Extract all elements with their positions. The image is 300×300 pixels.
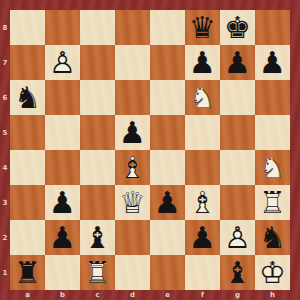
square-g7[interactable]: ♟	[220, 45, 255, 80]
square-a5[interactable]	[10, 115, 45, 150]
square-b6[interactable]	[45, 80, 80, 115]
square-f2[interactable]: ♟	[185, 220, 220, 255]
square-g2[interactable]: ♟♙	[220, 220, 255, 255]
square-e4[interactable]	[150, 150, 185, 185]
piece-black-pawn[interactable]: ♟	[185, 220, 220, 255]
piece-glyph-fill: ♟	[115, 115, 150, 150]
piece-glyph-fill: ♞	[10, 80, 45, 115]
piece-glyph-fill: ♜	[10, 255, 45, 290]
file-label-h: h	[255, 290, 290, 300]
file-label-a: a	[10, 290, 45, 300]
piece-glyph-outline: ♙	[45, 45, 80, 80]
piece-glyph-fill: ♝	[185, 185, 220, 220]
square-a6[interactable]: ♞	[10, 80, 45, 115]
piece-glyph-fill: ♝	[220, 255, 255, 290]
piece-glyph-fill: ♝	[80, 220, 115, 255]
rank-label-4: 4	[0, 150, 10, 185]
piece-glyph-fill: ♞	[255, 150, 290, 185]
piece-black-king[interactable]: ♚	[220, 10, 255, 45]
square-a2[interactable]	[10, 220, 45, 255]
square-e1[interactable]	[150, 255, 185, 290]
square-c4[interactable]	[80, 150, 115, 185]
square-f6[interactable]: ♞♘	[185, 80, 220, 115]
piece-white-rook[interactable]: ♜♖	[80, 255, 115, 290]
square-a1[interactable]: ♜	[10, 255, 45, 290]
square-d5[interactable]: ♟	[115, 115, 150, 150]
piece-glyph-outline: ♗	[185, 185, 220, 220]
piece-glyph-fill: ♟	[185, 220, 220, 255]
square-g6[interactable]	[220, 80, 255, 115]
piece-glyph-fill: ♟	[150, 185, 185, 220]
square-f5[interactable]	[185, 115, 220, 150]
chess-board: ♛♚♟♙♟♟♟♞♞♘♟♝♗♞♘♟♛♕♟♝♗♜♖♟♝♟♟♙♞♜♜♖♝♚♔ 8765…	[0, 0, 300, 300]
rank-label-7: 7	[0, 45, 10, 80]
piece-glyph-fill: ♟	[220, 45, 255, 80]
square-b8[interactable]	[45, 10, 80, 45]
piece-black-pawn[interactable]: ♟	[220, 45, 255, 80]
square-g1[interactable]: ♝	[220, 255, 255, 290]
piece-white-king[interactable]: ♚♔	[255, 255, 290, 290]
square-e6[interactable]	[150, 80, 185, 115]
square-e3[interactable]: ♟	[150, 185, 185, 220]
square-c7[interactable]	[80, 45, 115, 80]
file-label-b: b	[45, 290, 80, 300]
rank-label-8: 8	[0, 10, 10, 45]
file-label-d: d	[115, 290, 150, 300]
piece-white-queen[interactable]: ♛♕	[115, 185, 150, 220]
piece-black-queen[interactable]: ♛	[185, 10, 220, 45]
square-c5[interactable]	[80, 115, 115, 150]
piece-black-pawn[interactable]: ♟	[115, 115, 150, 150]
square-f3[interactable]: ♝♗	[185, 185, 220, 220]
piece-black-pawn[interactable]: ♟	[45, 185, 80, 220]
square-h5[interactable]	[255, 115, 290, 150]
piece-glyph-fill: ♟	[185, 45, 220, 80]
rank-label-3: 3	[0, 185, 10, 220]
square-e2[interactable]	[150, 220, 185, 255]
piece-white-pawn[interactable]: ♟♙	[220, 220, 255, 255]
piece-black-bishop[interactable]: ♝	[220, 255, 255, 290]
square-h3[interactable]: ♜♖	[255, 185, 290, 220]
piece-white-bishop[interactable]: ♝♗	[115, 150, 150, 185]
piece-glyph-fill: ♚	[220, 10, 255, 45]
square-c6[interactable]	[80, 80, 115, 115]
piece-glyph-fill: ♛	[115, 185, 150, 220]
square-a7[interactable]	[10, 45, 45, 80]
piece-glyph-fill: ♟	[220, 220, 255, 255]
square-g8[interactable]: ♚	[220, 10, 255, 45]
piece-black-knight[interactable]: ♞	[10, 80, 45, 115]
piece-black-pawn[interactable]: ♟	[150, 185, 185, 220]
file-label-f: f	[185, 290, 220, 300]
square-c3[interactable]	[80, 185, 115, 220]
square-g3[interactable]	[220, 185, 255, 220]
piece-glyph-fill: ♜	[255, 185, 290, 220]
square-e8[interactable]	[150, 10, 185, 45]
square-h1[interactable]: ♚♔	[255, 255, 290, 290]
piece-glyph-fill: ♟	[45, 45, 80, 80]
square-b5[interactable]	[45, 115, 80, 150]
piece-glyph-fill: ♚	[255, 255, 290, 290]
square-b3[interactable]: ♟	[45, 185, 80, 220]
square-b4[interactable]	[45, 150, 80, 185]
piece-glyph-outline: ♔	[255, 255, 290, 290]
square-a4[interactable]	[10, 150, 45, 185]
piece-white-pawn[interactable]: ♟♙	[45, 45, 80, 80]
piece-glyph-fill: ♟	[45, 220, 80, 255]
square-d3[interactable]: ♛♕	[115, 185, 150, 220]
square-f4[interactable]	[185, 150, 220, 185]
square-f1[interactable]	[185, 255, 220, 290]
piece-black-pawn[interactable]: ♟	[45, 220, 80, 255]
square-d1[interactable]	[115, 255, 150, 290]
piece-glyph-outline: ♘	[185, 80, 220, 115]
board-grid: ♛♚♟♙♟♟♟♞♞♘♟♝♗♞♘♟♛♕♟♝♗♜♖♟♝♟♟♙♞♜♜♖♝♚♔	[10, 10, 290, 290]
square-h8[interactable]	[255, 10, 290, 45]
piece-black-rook[interactable]: ♜	[10, 255, 45, 290]
piece-black-bishop[interactable]: ♝	[80, 220, 115, 255]
square-f7[interactable]: ♟	[185, 45, 220, 80]
file-label-e: e	[150, 290, 185, 300]
piece-white-knight[interactable]: ♞♘	[255, 150, 290, 185]
square-c2[interactable]: ♝	[80, 220, 115, 255]
square-a8[interactable]	[10, 10, 45, 45]
piece-black-pawn[interactable]: ♟	[185, 45, 220, 80]
square-d6[interactable]	[115, 80, 150, 115]
square-h6[interactable]	[255, 80, 290, 115]
piece-glyph-fill: ♝	[115, 150, 150, 185]
square-d2[interactable]	[115, 220, 150, 255]
rank-label-1: 1	[0, 255, 10, 290]
square-g5[interactable]	[220, 115, 255, 150]
piece-glyph-fill: ♟	[45, 185, 80, 220]
piece-black-pawn[interactable]: ♟	[255, 45, 290, 80]
square-h2[interactable]: ♞	[255, 220, 290, 255]
square-b1[interactable]	[45, 255, 80, 290]
rank-label-6: 6	[0, 80, 10, 115]
file-label-g: g	[220, 290, 255, 300]
piece-white-bishop[interactable]: ♝♗	[185, 185, 220, 220]
piece-glyph-outline: ♘	[255, 150, 290, 185]
square-f8[interactable]: ♛	[185, 10, 220, 45]
piece-white-knight[interactable]: ♞♘	[185, 80, 220, 115]
piece-glyph-fill: ♛	[185, 10, 220, 45]
piece-glyph-fill: ♞	[185, 80, 220, 115]
piece-black-knight[interactable]: ♞	[255, 220, 290, 255]
file-label-c: c	[80, 290, 115, 300]
piece-white-rook[interactable]: ♜♖	[255, 185, 290, 220]
square-d4[interactable]: ♝♗	[115, 150, 150, 185]
piece-glyph-outline: ♗	[115, 150, 150, 185]
square-c8[interactable]	[80, 10, 115, 45]
piece-glyph-outline: ♙	[220, 220, 255, 255]
piece-glyph-fill: ♟	[255, 45, 290, 80]
square-d7[interactable]	[115, 45, 150, 80]
square-a3[interactable]	[10, 185, 45, 220]
piece-glyph-fill: ♞	[255, 220, 290, 255]
square-d8[interactable]	[115, 10, 150, 45]
rank-label-2: 2	[0, 220, 10, 255]
square-b2[interactable]: ♟	[45, 220, 80, 255]
square-h7[interactable]: ♟	[255, 45, 290, 80]
square-h4[interactable]: ♞♘	[255, 150, 290, 185]
square-b7[interactable]: ♟♙	[45, 45, 80, 80]
square-g4[interactable]	[220, 150, 255, 185]
square-c1[interactable]: ♜♖	[80, 255, 115, 290]
square-e7[interactable]	[150, 45, 185, 80]
piece-glyph-outline: ♕	[115, 185, 150, 220]
piece-glyph-outline: ♖	[255, 185, 290, 220]
piece-glyph-fill: ♜	[80, 255, 115, 290]
piece-glyph-outline: ♖	[80, 255, 115, 290]
rank-label-5: 5	[0, 115, 10, 150]
square-e5[interactable]	[150, 115, 185, 150]
